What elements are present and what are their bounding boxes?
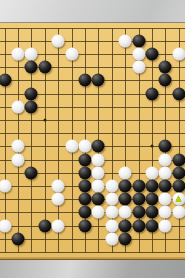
black-stone	[38, 219, 51, 232]
star-point	[150, 145, 153, 148]
white-stone	[65, 47, 78, 60]
white-stone	[52, 219, 65, 232]
black-stone	[119, 232, 132, 245]
black-stone	[11, 232, 24, 245]
black-stone	[145, 87, 158, 100]
black-stone	[25, 100, 38, 113]
black-stone	[78, 153, 91, 166]
white-stone	[119, 34, 132, 47]
black-stone	[132, 34, 145, 47]
board-side-edge	[0, 257, 185, 260]
screenshot-root	[0, 0, 185, 278]
black-stone	[92, 140, 105, 153]
white-stone	[92, 206, 105, 219]
black-stone	[119, 179, 132, 192]
black-stone	[145, 193, 158, 206]
black-stone	[25, 61, 38, 74]
white-stone	[105, 179, 118, 192]
black-stone	[119, 193, 132, 206]
black-stone	[172, 153, 185, 166]
black-stone	[172, 179, 185, 192]
white-stone	[11, 153, 24, 166]
white-stone	[11, 47, 24, 60]
black-stone	[92, 74, 105, 87]
white-stone	[172, 47, 185, 60]
white-stone	[105, 232, 118, 245]
black-stone	[0, 74, 11, 87]
white-stone	[0, 219, 11, 232]
grid-line-horizontal	[0, 239, 185, 240]
table-background-top	[0, 0, 185, 23]
black-stone	[159, 140, 172, 153]
white-stone	[52, 179, 65, 192]
black-stone	[172, 166, 185, 179]
black-stone	[78, 74, 91, 87]
black-stone	[38, 61, 51, 74]
white-stone	[25, 47, 38, 60]
white-stone	[159, 206, 172, 219]
white-stone	[92, 166, 105, 179]
black-stone	[132, 179, 145, 192]
black-stone	[78, 166, 91, 179]
black-stone	[132, 206, 145, 219]
black-stone	[132, 193, 145, 206]
white-stone	[11, 140, 24, 153]
black-stone	[78, 206, 91, 219]
black-stone	[78, 179, 91, 192]
white-stone	[159, 153, 172, 166]
grid-line-horizontal	[0, 28, 185, 29]
black-stone	[172, 87, 185, 100]
black-stone	[78, 193, 91, 206]
grid-line-vertical	[179, 28, 180, 253]
white-stone	[145, 166, 158, 179]
go-board[interactable]	[0, 23, 185, 257]
black-stone	[145, 219, 158, 232]
white-stone	[159, 219, 172, 232]
white-stone	[132, 61, 145, 74]
white-stone	[119, 166, 132, 179]
white-stone	[52, 34, 65, 47]
grid-line-horizontal	[0, 133, 185, 134]
black-stone	[78, 219, 91, 232]
star-point	[43, 118, 46, 121]
white-stone	[159, 193, 172, 206]
white-stone	[105, 219, 118, 232]
black-stone	[25, 166, 38, 179]
white-stone	[92, 153, 105, 166]
white-stone	[52, 193, 65, 206]
white-stone	[92, 179, 105, 192]
last-move-marker-icon	[175, 196, 181, 202]
black-stone	[159, 179, 172, 192]
table-background-bottom	[0, 257, 185, 278]
grid-line-horizontal	[0, 41, 185, 42]
grid-line-horizontal	[0, 120, 185, 121]
black-stone	[145, 47, 158, 60]
black-stone	[145, 179, 158, 192]
white-stone	[11, 100, 24, 113]
black-stone	[25, 87, 38, 100]
black-stone	[132, 219, 145, 232]
white-stone	[172, 206, 185, 219]
grid-line-horizontal	[0, 252, 185, 253]
white-stone	[105, 206, 118, 219]
white-stone	[0, 179, 11, 192]
white-stone	[105, 193, 118, 206]
black-stone	[159, 61, 172, 74]
white-stone	[65, 140, 78, 153]
black-stone	[159, 74, 172, 87]
white-stone	[132, 47, 145, 60]
black-stone	[92, 193, 105, 206]
black-stone	[145, 206, 158, 219]
white-stone	[119, 206, 132, 219]
black-stone	[119, 219, 132, 232]
white-stone	[159, 166, 172, 179]
white-stone	[78, 140, 91, 153]
